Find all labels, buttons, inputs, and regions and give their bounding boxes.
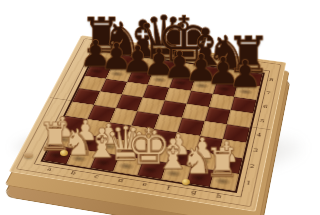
chess-set-photo: abcdefgh 87654321 ♜♞♝♛♚♝♞♜♟♟♟♟♟♟♟♟♟♟♟♟♟♟… xyxy=(0,0,320,215)
wooden-foot xyxy=(24,152,33,158)
chess-board: abcdefgh 87654321 ♜♞♝♛♚♝♞♜♟♟♟♟♟♟♟♟♟♟♟♟♟♟… xyxy=(9,35,287,212)
light-rook-glyph: ♜ xyxy=(204,143,239,182)
rank-label-7: 7 xyxy=(266,91,271,96)
rank-label-4: 4 xyxy=(256,133,262,138)
rank-label-8: 8 xyxy=(269,78,274,83)
brass-latch-front xyxy=(182,179,190,185)
file-label-c: c xyxy=(93,174,99,180)
rank-label-1: 1 xyxy=(245,180,251,186)
rank-label-6: 6 xyxy=(263,105,268,110)
rank-label-2: 2 xyxy=(249,164,255,170)
brass-latch-left xyxy=(60,150,68,156)
